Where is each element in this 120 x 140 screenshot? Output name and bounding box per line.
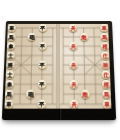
piece-red-chariot[interactable]: 車 — [103, 100, 112, 109]
piece-red-advisor[interactable]: 仕 — [101, 51, 110, 59]
piece-black-advisor[interactable]: 士 — [6, 70, 15, 79]
piece-red-horse[interactable]: 馬 — [102, 90, 111, 99]
piece-red-advisor[interactable]: 仕 — [102, 70, 111, 79]
board-hinge — [56, 24, 60, 109]
piece-black-horse[interactable]: 馬 — [5, 90, 14, 99]
piece-black-general[interactable]: 將 — [6, 61, 15, 69]
piece-red-horse[interactable]: 馬 — [100, 33, 108, 41]
piece-red-cannon[interactable]: 炮 — [81, 90, 90, 99]
piece-black-soldier[interactable]: 卒 — [37, 100, 46, 109]
piece-red-general[interactable]: 帥 — [101, 61, 110, 69]
piece-red-elephant[interactable]: 相 — [102, 80, 111, 89]
piece-black-chariot[interactable]: 車 — [8, 24, 16, 32]
piece-black-soldier[interactable]: 卒 — [38, 80, 47, 89]
board-surface[interactable]: 車馬象士將士象馬車砲砲卒卒卒卒卒兵兵兵兵兵炮炮車馬相仕帥仕相馬車 — [4, 24, 111, 109]
piece-black-soldier[interactable]: 卒 — [38, 61, 46, 69]
piece-black-elephant[interactable]: 象 — [5, 80, 14, 89]
piece-red-cannon[interactable]: 炮 — [80, 33, 88, 41]
piece-black-chariot[interactable]: 車 — [4, 100, 13, 109]
piece-black-soldier[interactable]: 卒 — [38, 24, 46, 32]
product-photo-backdrop: { "game": "xiangqi", "game_info": { "nam… — [0, 0, 120, 140]
piece-red-elephant[interactable]: 相 — [101, 42, 109, 50]
piece-black-elephant[interactable]: 象 — [7, 42, 15, 50]
piece-black-horse[interactable]: 馬 — [7, 33, 15, 41]
piece-black-soldier[interactable]: 卒 — [38, 42, 46, 50]
folding-board-case: 車馬象士將士象馬車砲砲卒卒卒卒卒兵兵兵兵兵炮炮車馬相仕帥仕相馬車 — [2, 21, 116, 120]
piece-red-chariot[interactable]: 車 — [100, 24, 108, 32]
piece-black-advisor[interactable]: 士 — [6, 51, 15, 59]
